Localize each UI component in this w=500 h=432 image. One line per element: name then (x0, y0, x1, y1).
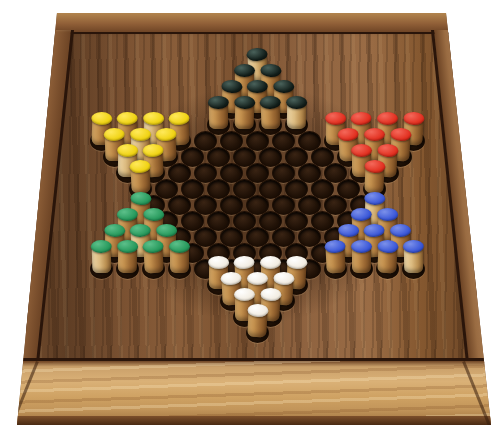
peg-cap-red (377, 112, 398, 125)
peg-black[interactable] (207, 96, 229, 130)
star-board (10, 13, 495, 425)
peg-cap-green (116, 208, 137, 221)
peg-cap-black (207, 96, 228, 109)
peg-cap-black (234, 64, 255, 77)
peg-cap-green (117, 240, 138, 253)
peg-cap-green (156, 224, 177, 237)
peg-cap-yellow (130, 128, 151, 141)
product-photo (0, 0, 500, 432)
peg-cap-white (234, 288, 255, 301)
peg-cap-blue (338, 224, 359, 237)
peg-black[interactable] (285, 96, 307, 130)
peg-blue[interactable] (351, 240, 372, 274)
peg-blue[interactable] (324, 240, 347, 275)
peg-cap-blue (390, 224, 411, 237)
peg-green[interactable] (169, 240, 190, 274)
peg-red[interactable] (363, 160, 386, 195)
peg-black[interactable] (259, 96, 281, 131)
peg-cap-white (208, 256, 229, 269)
peg-cap-yellow (143, 112, 164, 125)
peg-green[interactable] (116, 240, 138, 274)
peg-cap-blue (402, 240, 423, 253)
peg-green[interactable] (90, 240, 112, 275)
peg-blue[interactable] (376, 240, 399, 275)
peg-cap-blue (377, 208, 398, 221)
peg-cap-white (260, 256, 281, 269)
peg-cap-red (351, 144, 372, 157)
peg-yellow[interactable] (129, 160, 152, 195)
wooden-box (10, 13, 495, 425)
peg-cap-red (325, 112, 346, 125)
lid-finger-notch (23, 183, 36, 219)
peg-blue[interactable] (402, 240, 424, 274)
peg-cap-yellow (117, 144, 138, 157)
peg-cap-blue (351, 240, 372, 253)
peg-cap-black (246, 80, 267, 93)
peg-black[interactable] (233, 96, 255, 131)
peg-green[interactable] (142, 240, 165, 275)
peg-cap-white (247, 272, 268, 285)
peg-cap-black (286, 96, 307, 109)
peg-cap-red (364, 128, 385, 141)
peg-cap-green (169, 240, 190, 253)
peg-white[interactable] (246, 304, 269, 339)
